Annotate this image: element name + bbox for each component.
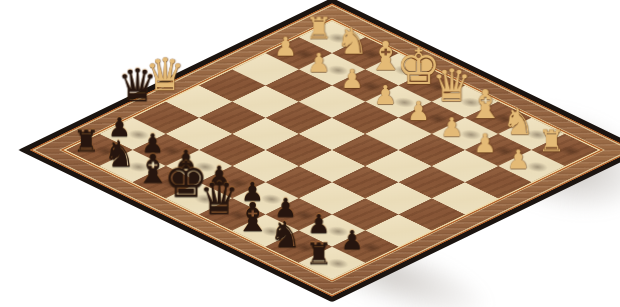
white-pawn-a2: ♟: [495, 146, 542, 172]
extra-black-queen: ♛: [116, 63, 160, 108]
black-rook-a8: ♜: [295, 239, 342, 269]
product-photo: ♜♞♝♚♛♝♞♜♟♟♟♟♟♟♟♟♟♟♟♟♟♟♟♟♜♞♝♚♛♝♞♜ ♛ ♛: [0, 0, 620, 307]
board-frame: ♜♞♝♚♛♝♞♜♟♟♟♟♟♟♟♟♟♟♟♟♟♟♟♟♜♞♝♚♛♝♞♜ ♛ ♛: [18, 0, 620, 302]
chess-board: ♜♞♝♚♛♝♞♜♟♟♟♟♟♟♟♟♟♟♟♟♟♟♟♟♜♞♝♚♛♝♞♜ ♛ ♛: [18, 0, 620, 302]
square-f4: [266, 102, 332, 134]
